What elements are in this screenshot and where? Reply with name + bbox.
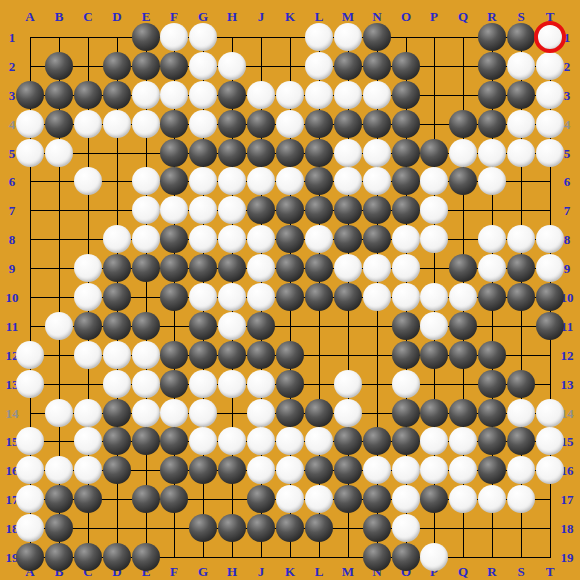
stone-black-Q9[interactable] [449, 254, 477, 282]
row-label-left: 9 [9, 262, 16, 275]
stone-white-A16[interactable] [16, 456, 44, 484]
stone-white-P15[interactable] [420, 427, 448, 455]
stone-white-B5[interactable] [45, 139, 73, 167]
stone-white-R17[interactable] [478, 485, 506, 513]
stone-white-Q5[interactable] [449, 139, 477, 167]
stone-white-S2[interactable] [507, 52, 535, 80]
stone-white-B11[interactable] [45, 312, 73, 340]
stone-black-H5[interactable] [218, 139, 246, 167]
stone-white-D12[interactable] [103, 341, 131, 369]
stone-black-B4[interactable] [45, 110, 73, 138]
stone-black-G12[interactable] [189, 341, 217, 369]
stone-black-M7[interactable] [334, 196, 362, 224]
stone-black-R14[interactable] [478, 399, 506, 427]
stone-black-A19[interactable] [16, 543, 44, 571]
stone-black-S13[interactable] [507, 370, 535, 398]
stone-black-R12[interactable] [478, 341, 506, 369]
stone-white-M3[interactable] [334, 81, 362, 109]
stone-black-B18[interactable] [45, 514, 73, 542]
stone-black-N19[interactable] [363, 543, 391, 571]
stone-black-R3[interactable] [478, 81, 506, 109]
stone-black-L10[interactable] [305, 283, 333, 311]
stone-black-S15[interactable] [507, 427, 535, 455]
stone-white-P7[interactable] [420, 196, 448, 224]
stone-white-A13[interactable] [16, 370, 44, 398]
stone-white-S8[interactable] [507, 225, 535, 253]
stone-black-O7[interactable] [392, 196, 420, 224]
col-label-bottom: H [227, 565, 237, 578]
stone-white-D13[interactable] [103, 370, 131, 398]
row-label-right: 7 [564, 204, 571, 217]
stone-white-K15[interactable] [276, 427, 304, 455]
stone-white-M1[interactable] [334, 23, 362, 51]
stone-black-O12[interactable] [392, 341, 420, 369]
stone-white-J8[interactable] [247, 225, 275, 253]
stone-black-O15[interactable] [392, 427, 420, 455]
stone-black-K18[interactable] [276, 514, 304, 542]
row-label-right: 6 [564, 175, 571, 188]
stone-black-S1[interactable] [507, 23, 535, 51]
stone-black-R4[interactable] [478, 110, 506, 138]
col-label-top: N [372, 10, 381, 23]
stone-black-J7[interactable] [247, 196, 275, 224]
stone-white-K16[interactable] [276, 456, 304, 484]
stone-white-O10[interactable] [392, 283, 420, 311]
stone-black-A3[interactable] [16, 81, 44, 109]
stone-white-H2[interactable] [218, 52, 246, 80]
stone-black-T10[interactable] [536, 283, 564, 311]
stone-black-H9[interactable] [218, 254, 246, 282]
col-label-top: B [55, 10, 64, 23]
stone-white-G2[interactable] [189, 52, 217, 80]
stone-white-H8[interactable] [218, 225, 246, 253]
stone-white-E7[interactable] [132, 196, 160, 224]
row-label-left: 6 [9, 175, 16, 188]
stone-black-Q14[interactable] [449, 399, 477, 427]
stone-white-S17[interactable] [507, 485, 535, 513]
stone-black-M4[interactable] [334, 110, 362, 138]
stone-black-D19[interactable] [103, 543, 131, 571]
stone-black-M17[interactable] [334, 485, 362, 513]
stone-white-A5[interactable] [16, 139, 44, 167]
stone-white-S5[interactable] [507, 139, 535, 167]
stone-white-Q15[interactable] [449, 427, 477, 455]
stone-black-D10[interactable] [103, 283, 131, 311]
stone-black-O11[interactable] [392, 312, 420, 340]
stone-white-Q16[interactable] [449, 456, 477, 484]
stone-black-F16[interactable] [160, 456, 188, 484]
row-label-left: 4 [9, 118, 16, 131]
stone-black-L6[interactable] [305, 167, 333, 195]
stone-black-K7[interactable] [276, 196, 304, 224]
row-label-right: 3 [564, 89, 571, 102]
stone-white-F14[interactable] [160, 399, 188, 427]
row-label-right: 18 [561, 522, 574, 535]
stone-black-R16[interactable] [478, 456, 506, 484]
stone-white-E4[interactable] [132, 110, 160, 138]
stone-black-E2[interactable] [132, 52, 160, 80]
stone-white-S4[interactable] [507, 110, 535, 138]
stone-white-N5[interactable] [363, 139, 391, 167]
col-label-bottom: S [517, 565, 524, 578]
stone-white-H6[interactable] [218, 167, 246, 195]
stone-white-O8[interactable] [392, 225, 420, 253]
stone-black-P12[interactable] [420, 341, 448, 369]
stone-black-K13[interactable] [276, 370, 304, 398]
stone-white-O18[interactable] [392, 514, 420, 542]
stone-black-G16[interactable] [189, 456, 217, 484]
stone-white-S14[interactable] [507, 399, 535, 427]
stone-black-R15[interactable] [478, 427, 506, 455]
col-label-top: P [430, 10, 438, 23]
stone-white-R9[interactable] [478, 254, 506, 282]
stone-black-B2[interactable] [45, 52, 73, 80]
stone-black-N2[interactable] [363, 52, 391, 80]
stone-black-D9[interactable] [103, 254, 131, 282]
stone-black-K12[interactable] [276, 341, 304, 369]
stone-white-O17[interactable] [392, 485, 420, 513]
stone-white-J10[interactable] [247, 283, 275, 311]
stone-white-T15[interactable] [536, 427, 564, 455]
stone-white-L17[interactable] [305, 485, 333, 513]
stone-black-C19[interactable] [74, 543, 102, 571]
stone-white-E3[interactable] [132, 81, 160, 109]
stone-white-G10[interactable] [189, 283, 217, 311]
stone-black-O5[interactable] [392, 139, 420, 167]
stone-black-O14[interactable] [392, 399, 420, 427]
stone-black-H3[interactable] [218, 81, 246, 109]
stone-black-G18[interactable] [189, 514, 217, 542]
stone-black-O3[interactable] [392, 81, 420, 109]
row-label-left: 11 [6, 320, 18, 333]
stone-white-F1[interactable] [160, 23, 188, 51]
stone-white-B14[interactable] [45, 399, 73, 427]
stone-white-C15[interactable] [74, 427, 102, 455]
stone-white-G6[interactable] [189, 167, 217, 195]
stone-black-N15[interactable] [363, 427, 391, 455]
stone-black-R2[interactable] [478, 52, 506, 80]
col-label-top: C [83, 10, 92, 23]
stone-black-L5[interactable] [305, 139, 333, 167]
stone-black-L16[interactable] [305, 456, 333, 484]
stone-white-T3[interactable] [536, 81, 564, 109]
stone-white-K6[interactable] [276, 167, 304, 195]
stone-black-M10[interactable] [334, 283, 362, 311]
stone-black-Q11[interactable] [449, 312, 477, 340]
stone-white-J13[interactable] [247, 370, 275, 398]
stone-black-J11[interactable] [247, 312, 275, 340]
stone-black-C11[interactable] [74, 312, 102, 340]
stone-white-D4[interactable] [103, 110, 131, 138]
stone-black-O19[interactable] [392, 543, 420, 571]
stone-black-G9[interactable] [189, 254, 217, 282]
stone-white-G14[interactable] [189, 399, 217, 427]
stone-black-P17[interactable] [420, 485, 448, 513]
col-label-top: J [258, 10, 265, 23]
stone-white-J6[interactable] [247, 167, 275, 195]
stone-white-K3[interactable] [276, 81, 304, 109]
stone-black-L9[interactable] [305, 254, 333, 282]
stone-black-J12[interactable] [247, 341, 275, 369]
stone-black-Q12[interactable] [449, 341, 477, 369]
stone-black-F8[interactable] [160, 225, 188, 253]
stone-black-N18[interactable] [363, 514, 391, 542]
stone-black-L7[interactable] [305, 196, 333, 224]
stone-black-P14[interactable] [420, 399, 448, 427]
stone-black-F17[interactable] [160, 485, 188, 513]
stone-black-B19[interactable] [45, 543, 73, 571]
stone-black-F15[interactable] [160, 427, 188, 455]
stone-black-E1[interactable] [132, 23, 160, 51]
col-label-top: M [342, 10, 354, 23]
stone-white-E6[interactable] [132, 167, 160, 195]
stone-white-J14[interactable] [247, 399, 275, 427]
stone-white-H11[interactable] [218, 312, 246, 340]
stone-black-F4[interactable] [160, 110, 188, 138]
stone-black-L18[interactable] [305, 514, 333, 542]
col-label-bottom: Q [458, 565, 468, 578]
stone-black-N7[interactable] [363, 196, 391, 224]
stone-white-M13[interactable] [334, 370, 362, 398]
last-move-marker [534, 21, 566, 53]
stone-white-D8[interactable] [103, 225, 131, 253]
stone-white-K4[interactable] [276, 110, 304, 138]
stone-black-D15[interactable] [103, 427, 131, 455]
stone-white-E8[interactable] [132, 225, 160, 253]
stone-white-M9[interactable] [334, 254, 362, 282]
stone-white-C6[interactable] [74, 167, 102, 195]
stone-white-C12[interactable] [74, 341, 102, 369]
stone-black-N4[interactable] [363, 110, 391, 138]
row-label-right: 9 [564, 262, 571, 275]
stone-white-B16[interactable] [45, 456, 73, 484]
stone-white-M6[interactable] [334, 167, 362, 195]
stone-black-K8[interactable] [276, 225, 304, 253]
stone-black-R13[interactable] [478, 370, 506, 398]
stone-black-D16[interactable] [103, 456, 131, 484]
col-label-top: D [112, 10, 121, 23]
stone-white-G4[interactable] [189, 110, 217, 138]
stone-white-C9[interactable] [74, 254, 102, 282]
stone-black-F13[interactable] [160, 370, 188, 398]
stone-black-H18[interactable] [218, 514, 246, 542]
stone-white-L8[interactable] [305, 225, 333, 253]
stone-black-O4[interactable] [392, 110, 420, 138]
col-label-bottom: M [342, 565, 354, 578]
stone-white-H13[interactable] [218, 370, 246, 398]
stone-black-J5[interactable] [247, 139, 275, 167]
stone-black-B3[interactable] [45, 81, 73, 109]
stone-white-N6[interactable] [363, 167, 391, 195]
stone-black-H4[interactable] [218, 110, 246, 138]
stone-white-J16[interactable] [247, 456, 275, 484]
stone-black-J4[interactable] [247, 110, 275, 138]
stone-white-O9[interactable] [392, 254, 420, 282]
stone-black-F12[interactable] [160, 341, 188, 369]
stone-white-T2[interactable] [536, 52, 564, 80]
stone-black-E11[interactable] [132, 312, 160, 340]
stone-white-Q10[interactable] [449, 283, 477, 311]
stone-white-G3[interactable] [189, 81, 217, 109]
row-label-right: 2 [564, 60, 571, 73]
stone-white-O13[interactable] [392, 370, 420, 398]
stone-white-J9[interactable] [247, 254, 275, 282]
stone-white-A17[interactable] [16, 485, 44, 513]
col-label-top: O [401, 10, 411, 23]
stone-white-G8[interactable] [189, 225, 217, 253]
stone-white-M14[interactable] [334, 399, 362, 427]
stone-black-N17[interactable] [363, 485, 391, 513]
stone-white-F7[interactable] [160, 196, 188, 224]
stone-white-L2[interactable] [305, 52, 333, 80]
stone-black-E9[interactable] [132, 254, 160, 282]
col-label-bottom: K [285, 565, 295, 578]
stone-black-F10[interactable] [160, 283, 188, 311]
stone-black-E15[interactable] [132, 427, 160, 455]
stone-white-P6[interactable] [420, 167, 448, 195]
stone-white-N10[interactable] [363, 283, 391, 311]
stone-black-M8[interactable] [334, 225, 362, 253]
stone-white-A15[interactable] [16, 427, 44, 455]
stone-black-M2[interactable] [334, 52, 362, 80]
stone-white-L3[interactable] [305, 81, 333, 109]
stone-white-G13[interactable] [189, 370, 217, 398]
stone-black-Q4[interactable] [449, 110, 477, 138]
stone-black-F9[interactable] [160, 254, 188, 282]
stone-white-R5[interactable] [478, 139, 506, 167]
stone-black-C17[interactable] [74, 485, 102, 513]
stone-white-F3[interactable] [160, 81, 188, 109]
stone-black-F6[interactable] [160, 167, 188, 195]
stone-white-A12[interactable] [16, 341, 44, 369]
stone-black-G11[interactable] [189, 312, 217, 340]
stone-white-A18[interactable] [16, 514, 44, 542]
row-label-right: 13 [561, 378, 574, 391]
stone-black-S9[interactable] [507, 254, 535, 282]
stone-black-K10[interactable] [276, 283, 304, 311]
stone-black-H16[interactable] [218, 456, 246, 484]
stone-white-J15[interactable] [247, 427, 275, 455]
stone-black-R10[interactable] [478, 283, 506, 311]
col-label-top: F [170, 10, 178, 23]
stone-white-E12[interactable] [132, 341, 160, 369]
stone-white-C16[interactable] [74, 456, 102, 484]
stone-black-D11[interactable] [103, 312, 131, 340]
stone-black-M15[interactable] [334, 427, 362, 455]
stone-black-F5[interactable] [160, 139, 188, 167]
stone-white-H15[interactable] [218, 427, 246, 455]
stone-white-M5[interactable] [334, 139, 362, 167]
row-label-left: 14 [6, 407, 19, 420]
stone-white-N16[interactable] [363, 456, 391, 484]
stone-white-T4[interactable] [536, 110, 564, 138]
stone-white-T16[interactable] [536, 456, 564, 484]
stone-white-C4[interactable] [74, 110, 102, 138]
stone-black-R1[interactable] [478, 23, 506, 51]
stone-black-H12[interactable] [218, 341, 246, 369]
stone-white-R8[interactable] [478, 225, 506, 253]
stone-black-K5[interactable] [276, 139, 304, 167]
stone-white-P16[interactable] [420, 456, 448, 484]
stone-white-C14[interactable] [74, 399, 102, 427]
stone-black-D2[interactable] [103, 52, 131, 80]
stone-black-F2[interactable] [160, 52, 188, 80]
stone-white-R6[interactable] [478, 167, 506, 195]
stone-white-Q17[interactable] [449, 485, 477, 513]
stone-white-H7[interactable] [218, 196, 246, 224]
stone-black-S3[interactable] [507, 81, 535, 109]
col-label-top: K [285, 10, 295, 23]
stone-white-K17[interactable] [276, 485, 304, 513]
stone-black-D14[interactable] [103, 399, 131, 427]
stone-white-L1[interactable] [305, 23, 333, 51]
stone-white-P11[interactable] [420, 312, 448, 340]
stone-white-T14[interactable] [536, 399, 564, 427]
stone-white-T9[interactable] [536, 254, 564, 282]
stone-white-N3[interactable] [363, 81, 391, 109]
row-label-left: 1 [9, 31, 16, 44]
stone-white-S16[interactable] [507, 456, 535, 484]
row-label-left: 3 [9, 89, 16, 102]
stone-black-L4[interactable] [305, 110, 333, 138]
stone-black-T11[interactable] [536, 312, 564, 340]
stone-black-N1[interactable] [363, 23, 391, 51]
stone-white-E14[interactable] [132, 399, 160, 427]
stone-black-L14[interactable] [305, 399, 333, 427]
stone-black-S10[interactable] [507, 283, 535, 311]
stone-white-H10[interactable] [218, 283, 246, 311]
stone-black-O6[interactable] [392, 167, 420, 195]
stone-white-E13[interactable] [132, 370, 160, 398]
stone-black-G5[interactable] [189, 139, 217, 167]
row-label-right: 4 [564, 118, 571, 131]
col-label-top: R [487, 10, 496, 23]
row-label-right: 12 [561, 349, 574, 362]
stone-white-P8[interactable] [420, 225, 448, 253]
stone-white-G1[interactable] [189, 23, 217, 51]
stone-black-C3[interactable] [74, 81, 102, 109]
stone-white-J3[interactable] [247, 81, 275, 109]
stone-black-N8[interactable] [363, 225, 391, 253]
stone-black-P5[interactable] [420, 139, 448, 167]
col-label-bottom: J [258, 565, 265, 578]
stone-black-K14[interactable] [276, 399, 304, 427]
stone-black-E19[interactable] [132, 543, 160, 571]
stone-black-Q6[interactable] [449, 167, 477, 195]
stone-white-G15[interactable] [189, 427, 217, 455]
stone-black-J17[interactable] [247, 485, 275, 513]
stone-black-J18[interactable] [247, 514, 275, 542]
stone-white-L15[interactable] [305, 427, 333, 455]
stone-white-N9[interactable] [363, 254, 391, 282]
stone-white-C10[interactable] [74, 283, 102, 311]
stone-black-K9[interactable] [276, 254, 304, 282]
stone-black-D3[interactable] [103, 81, 131, 109]
stone-white-T8[interactable] [536, 225, 564, 253]
stone-black-E17[interactable] [132, 485, 160, 513]
stone-black-B17[interactable] [45, 485, 73, 513]
stone-black-O2[interactable] [392, 52, 420, 80]
stone-white-P10[interactable] [420, 283, 448, 311]
stone-white-P19[interactable] [420, 543, 448, 571]
go-board[interactable]: AABBCCDDEEFFGGHHJJKKLLMMNNOOPPQQRRSSTT11… [0, 0, 580, 580]
stone-white-O16[interactable] [392, 456, 420, 484]
stone-black-M16[interactable] [334, 456, 362, 484]
stone-white-T5[interactable] [536, 139, 564, 167]
stone-white-G7[interactable] [189, 196, 217, 224]
row-label-left: 8 [9, 233, 16, 246]
stone-white-A4[interactable] [16, 110, 44, 138]
